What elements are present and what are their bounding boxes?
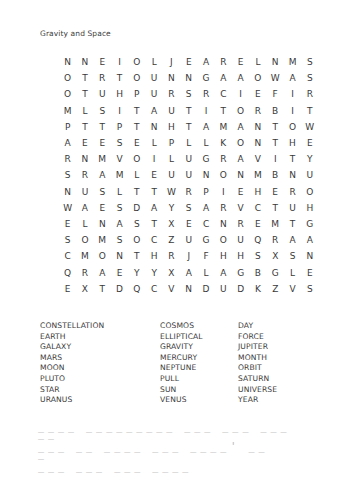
- grid-cell[interactable]: D: [197, 281, 214, 297]
- grid-cell[interactable]: O: [59, 86, 76, 102]
- grid-cell[interactable]: S: [301, 54, 318, 70]
- grid-cell[interactable]: E: [94, 54, 111, 70]
- grid-cell[interactable]: A: [180, 264, 197, 280]
- grid-cell[interactable]: I: [284, 86, 301, 102]
- grid-cell[interactable]: B: [267, 167, 284, 183]
- grid-cell[interactable]: W: [301, 119, 318, 135]
- grid-cell[interactable]: S: [59, 167, 76, 183]
- grid-cell[interactable]: E: [145, 167, 162, 183]
- grid-cell[interactable]: D: [128, 200, 145, 216]
- grid-cell[interactable]: G: [197, 232, 214, 248]
- answer-blank-group: ___: [260, 423, 290, 430]
- grid-cell[interactable]: O: [128, 232, 145, 248]
- word-list-item: ELLIPTICAL: [160, 332, 203, 343]
- grid-cell[interactable]: R: [76, 264, 93, 280]
- grid-cell[interactable]: O: [249, 70, 266, 86]
- grid-cell[interactable]: N: [111, 248, 128, 264]
- grid-cell[interactable]: E: [232, 184, 249, 200]
- grid-cell[interactable]: H: [111, 86, 128, 102]
- grid-cell[interactable]: M: [111, 167, 128, 183]
- grid-cell[interactable]: H: [249, 184, 266, 200]
- answer-blank-group: ____: [104, 443, 144, 450]
- grid-cell[interactable]: A: [197, 119, 214, 135]
- grid-cell[interactable]: U: [301, 167, 318, 183]
- grid-cell[interactable]: L: [145, 135, 162, 151]
- grid-cell[interactable]: N: [301, 248, 318, 264]
- grid-cell[interactable]: S: [59, 232, 76, 248]
- grid-cell[interactable]: N: [76, 54, 93, 70]
- grid-cell[interactable]: I: [284, 103, 301, 119]
- answer-blank-line: _____________: [38, 461, 338, 468]
- grid-cell[interactable]: S: [249, 248, 266, 264]
- grid-cell[interactable]: M: [215, 119, 232, 135]
- grid-cell[interactable]: Y: [145, 264, 162, 280]
- word-list-column: DAYFORCEJUPITERMONTHORBITSATURNUNIVERSEY…: [238, 321, 277, 406]
- grid-cell[interactable]: E: [128, 135, 145, 151]
- grid-cell[interactable]: E: [267, 184, 284, 200]
- grid-cell[interactable]: T: [128, 103, 145, 119]
- grid-cell[interactable]: L: [128, 167, 145, 183]
- grid-cell[interactable]: E: [301, 264, 318, 280]
- grid-cell[interactable]: L: [249, 54, 266, 70]
- word-list-item: SATURN: [238, 374, 277, 385]
- grid-cell[interactable]: J: [163, 54, 180, 70]
- answer-blank-group: __: [248, 443, 268, 450]
- grid-cell[interactable]: A: [232, 119, 249, 135]
- grid-cell[interactable]: B: [249, 264, 266, 280]
- grid-cell[interactable]: N: [232, 167, 249, 183]
- answer-blank-line: ______________________: [38, 421, 338, 428]
- grid-cell[interactable]: A: [232, 151, 249, 167]
- grid-cell[interactable]: W: [163, 184, 180, 200]
- answer-blanks: ________________________________________…: [38, 421, 338, 474]
- word-list-item: UNIVERSE: [238, 385, 277, 396]
- grid-cell[interactable]: I: [111, 54, 128, 70]
- word-list-item: MARS: [40, 353, 104, 364]
- grid-cell[interactable]: E: [76, 135, 93, 151]
- grid-cell[interactable]: O: [215, 232, 232, 248]
- grid-cell[interactable]: V: [232, 200, 249, 216]
- grid-cell[interactable]: R: [215, 151, 232, 167]
- grid-cell[interactable]: U: [163, 167, 180, 183]
- answer-blank-group: ___: [184, 423, 214, 430]
- grid-cell[interactable]: C: [197, 216, 214, 232]
- page-title: Gravity and Space: [40, 29, 111, 38]
- grid-cell[interactable]: L: [145, 54, 162, 70]
- grid-cell[interactable]: L: [76, 216, 93, 232]
- grid-cell[interactable]: Q: [59, 264, 76, 280]
- grid-cell[interactable]: T: [76, 86, 93, 102]
- grid-cell[interactable]: O: [232, 135, 249, 151]
- grid-cell[interactable]: N: [163, 70, 180, 86]
- answer-blank-group: ___: [114, 463, 144, 470]
- grid-cell[interactable]: E: [94, 200, 111, 216]
- answer-blank-group: _________: [86, 423, 176, 430]
- grid-cell[interactable]: L: [76, 103, 93, 119]
- grid-cell[interactable]: U: [145, 86, 162, 102]
- word-list-item: GRAVITY: [160, 342, 203, 353]
- word-list-item: URANUS: [40, 395, 104, 406]
- grid-cell[interactable]: F: [267, 86, 284, 102]
- grid-cell[interactable]: N: [249, 135, 266, 151]
- grid-cell[interactable]: A: [232, 70, 249, 86]
- grid-cell[interactable]: R: [163, 86, 180, 102]
- grid-cell[interactable]: F: [197, 248, 214, 264]
- grid-cell[interactable]: A: [94, 264, 111, 280]
- grid-cell[interactable]: J: [180, 248, 197, 264]
- grid-cell[interactable]: Y: [301, 151, 318, 167]
- grid-cell[interactable]: Y: [163, 200, 180, 216]
- grid-cell[interactable]: P: [111, 119, 128, 135]
- grid-cell[interactable]: U: [163, 103, 180, 119]
- grid-cell[interactable]: O: [128, 151, 145, 167]
- grid-cell[interactable]: T: [180, 119, 197, 135]
- word-list-item: PLUTO: [40, 374, 104, 385]
- word-list-item: YEAR: [238, 395, 277, 406]
- grid-cell[interactable]: H: [301, 200, 318, 216]
- word-list-item: STAR: [40, 385, 104, 396]
- grid-cell[interactable]: K: [249, 281, 266, 297]
- grid-cell[interactable]: C: [145, 232, 162, 248]
- grid-cell[interactable]: E: [111, 264, 128, 280]
- grid-cell[interactable]: V: [249, 151, 266, 167]
- grid-cell[interactable]: A: [284, 232, 301, 248]
- word-list-item: DAY: [238, 321, 277, 332]
- word-list-item: EARTH: [40, 332, 104, 343]
- grid-cell[interactable]: T: [145, 184, 162, 200]
- grid-cell[interactable]: A: [215, 70, 232, 86]
- grid-cell[interactable]: Y: [128, 264, 145, 280]
- grid-cell[interactable]: R: [232, 216, 249, 232]
- word-list-item: VENUS: [160, 395, 203, 406]
- grid-cell[interactable]: N: [197, 167, 214, 183]
- grid-cell[interactable]: L: [197, 135, 214, 151]
- grid-cell[interactable]: Q: [128, 281, 145, 297]
- grid-cell[interactable]: G: [197, 70, 214, 86]
- grid-cell[interactable]: E: [59, 216, 76, 232]
- grid-cell[interactable]: A: [59, 135, 76, 151]
- grid-cell[interactable]: R: [301, 86, 318, 102]
- grid-cell[interactable]: U: [180, 232, 197, 248]
- grid-cell[interactable]: T: [94, 119, 111, 135]
- grid-cell[interactable]: N: [249, 119, 266, 135]
- answer-sentence: _____________: [38, 461, 338, 468]
- grid-cell[interactable]: O: [128, 70, 145, 86]
- grid-cell[interactable]: Q: [249, 232, 266, 248]
- grid-cell[interactable]: L: [284, 264, 301, 280]
- word-list-item: GALAXY: [40, 342, 104, 353]
- grid-cell[interactable]: A: [145, 200, 162, 216]
- grid-cell[interactable]: N: [180, 70, 197, 86]
- grid-cell[interactable]: M: [267, 216, 284, 232]
- grid-cell[interactable]: M: [76, 248, 93, 264]
- answer-blank-line: ________________'__: [38, 441, 338, 448]
- grid-cell[interactable]: A: [111, 216, 128, 232]
- grid-cell[interactable]: L: [163, 151, 180, 167]
- grid-cell[interactable]: R: [180, 184, 197, 200]
- grid-cell[interactable]: T: [145, 216, 162, 232]
- grid-cell[interactable]: Z: [267, 281, 284, 297]
- grid-cell[interactable]: T: [267, 135, 284, 151]
- grid-cell[interactable]: X: [267, 248, 284, 264]
- word-list-item: NEPTUNE: [160, 363, 203, 374]
- word-list-column: COSMOSELLIPTICALGRAVITYMERCURYNEPTUNEPUL…: [160, 321, 203, 406]
- answer-blank-group: ____: [152, 463, 192, 470]
- grid-cell[interactable]: E: [249, 216, 266, 232]
- grid-cell[interactable]: T: [111, 70, 128, 86]
- grid-cell[interactable]: P: [163, 135, 180, 151]
- grid-cell[interactable]: E: [180, 216, 197, 232]
- grid-cell[interactable]: O: [59, 70, 76, 86]
- grid-cell[interactable]: D: [232, 281, 249, 297]
- grid-cell[interactable]: U: [232, 232, 249, 248]
- grid-cell[interactable]: O: [94, 248, 111, 264]
- grid-cell[interactable]: A: [94, 167, 111, 183]
- grid-cell[interactable]: T: [284, 216, 301, 232]
- answer-sentence: ________________________: [38, 421, 338, 435]
- word-list-item: CONSTELLATION: [40, 321, 104, 332]
- grid-cell[interactable]: T: [267, 119, 284, 135]
- grid-cell[interactable]: G: [232, 264, 249, 280]
- grid-cell[interactable]: X: [163, 216, 180, 232]
- grid-cell[interactable]: U: [145, 70, 162, 86]
- grid-cell[interactable]: M: [94, 232, 111, 248]
- grid-cell[interactable]: L: [180, 135, 197, 151]
- grid-cell[interactable]: L: [111, 184, 128, 200]
- grid-cell[interactable]: K: [215, 135, 232, 151]
- grid-cell[interactable]: N: [267, 54, 284, 70]
- grid-cell[interactable]: M: [94, 151, 111, 167]
- grid-cell[interactable]: G: [301, 216, 318, 232]
- grid-cell[interactable]: S: [301, 281, 318, 297]
- grid-cell[interactable]: H: [163, 119, 180, 135]
- grid-cell[interactable]: E: [59, 281, 76, 297]
- grid-cell[interactable]: G: [267, 264, 284, 280]
- grid-cell[interactable]: V: [111, 151, 128, 167]
- word-search-grid: NNEIOLJEARELNMSOTRTOUNNGAAOWASOTUHPURSRC…: [59, 54, 318, 297]
- grid-cell[interactable]: T: [128, 119, 145, 135]
- answer-sentence: ________________'___: [38, 441, 338, 455]
- grid-cell[interactable]: S: [284, 248, 301, 264]
- grid-cell[interactable]: P: [197, 184, 214, 200]
- grid-cell[interactable]: X: [76, 281, 93, 297]
- grid-cell[interactable]: R: [215, 200, 232, 216]
- grid-cell[interactable]: R: [284, 184, 301, 200]
- grid-cell[interactable]: A: [197, 54, 214, 70]
- grid-cell[interactable]: U: [94, 86, 111, 102]
- word-list-item: FORCE: [238, 332, 277, 343]
- grid-cell[interactable]: O: [232, 103, 249, 119]
- grid-cell[interactable]: N: [215, 216, 232, 232]
- grid-cell[interactable]: U: [215, 281, 232, 297]
- grid-cell[interactable]: S: [301, 70, 318, 86]
- grid-cell[interactable]: H: [232, 248, 249, 264]
- grid-cell[interactable]: P: [128, 86, 145, 102]
- grid-cell[interactable]: T: [128, 184, 145, 200]
- grid-cell[interactable]: T: [180, 103, 197, 119]
- grid-cell[interactable]: B: [267, 103, 284, 119]
- grid-cell[interactable]: E: [232, 54, 249, 70]
- grid-cell[interactable]: A: [215, 264, 232, 280]
- grid-cell[interactable]: X: [163, 264, 180, 280]
- grid-cell[interactable]: R: [197, 86, 214, 102]
- grid-cell[interactable]: E: [180, 54, 197, 70]
- grid-cell[interactable]: I: [215, 184, 232, 200]
- grid-cell[interactable]: U: [76, 184, 93, 200]
- grid-cell[interactable]: O: [301, 184, 318, 200]
- grid-cell[interactable]: O: [76, 232, 93, 248]
- word-list-item: PULL: [160, 374, 203, 385]
- answer-blank-group: ___: [76, 463, 106, 470]
- grid-cell[interactable]: H: [284, 135, 301, 151]
- grid-cell[interactable]: A: [284, 70, 301, 86]
- grid-cell[interactable]: S: [111, 200, 128, 216]
- grid-cell[interactable]: C: [145, 281, 162, 297]
- grid-cell[interactable]: U: [180, 151, 197, 167]
- grid-cell[interactable]: R: [249, 103, 266, 119]
- answer-blank-group: ____': [190, 443, 240, 450]
- grid-cell[interactable]: N: [59, 54, 76, 70]
- answer-blank-group: ___: [222, 423, 252, 430]
- word-list-item: SUN: [160, 385, 203, 396]
- grid-cell[interactable]: N: [284, 167, 301, 183]
- word-list-item: MOON: [40, 363, 104, 374]
- answer-blank-group: ___: [38, 463, 68, 470]
- grid-cell[interactable]: U: [180, 167, 197, 183]
- grid-cell[interactable]: P: [59, 119, 76, 135]
- grid-cell[interactable]: I: [267, 151, 284, 167]
- grid-cell[interactable]: N: [59, 184, 76, 200]
- grid-cell[interactable]: N: [180, 281, 197, 297]
- answer-blank-group: __: [38, 430, 58, 437]
- grid-cell[interactable]: S: [94, 103, 111, 119]
- grid-cell[interactable]: R: [76, 167, 93, 183]
- answer-blank-group: _: [38, 450, 48, 457]
- grid-cell[interactable]: I: [145, 151, 162, 167]
- grid-cell[interactable]: S: [111, 135, 128, 151]
- grid-cell[interactable]: T: [267, 200, 284, 216]
- grid-cell[interactable]: R: [59, 151, 76, 167]
- grid-cell[interactable]: R: [267, 232, 284, 248]
- grid-cell[interactable]: C: [249, 200, 266, 216]
- grid-cell[interactable]: O: [128, 54, 145, 70]
- word-list-item: MONTH: [238, 353, 277, 364]
- grid-cell[interactable]: N: [94, 216, 111, 232]
- word-list-column: CONSTELLATIONEARTHGALAXYMARSMOONPLUTOSTA…: [40, 321, 104, 406]
- grid-cell[interactable]: A: [76, 200, 93, 216]
- grid-cell[interactable]: D: [111, 281, 128, 297]
- grid-cell[interactable]: W: [267, 70, 284, 86]
- grid-cell[interactable]: E: [94, 135, 111, 151]
- grid-cell[interactable]: M: [249, 167, 266, 183]
- grid-cell[interactable]: I: [197, 103, 214, 119]
- grid-cell[interactable]: O: [284, 119, 301, 135]
- grid-cell[interactable]: S: [128, 216, 145, 232]
- grid-cell[interactable]: V: [284, 281, 301, 297]
- grid-cell[interactable]: A: [145, 103, 162, 119]
- grid-cell[interactable]: T: [94, 281, 111, 297]
- grid-cell[interactable]: Z: [163, 232, 180, 248]
- grid-cell[interactable]: M: [59, 103, 76, 119]
- grid-cell[interactable]: R: [94, 70, 111, 86]
- grid-cell[interactable]: H: [215, 248, 232, 264]
- grid-cell[interactable]: U: [284, 200, 301, 216]
- grid-cell[interactable]: S: [94, 184, 111, 200]
- grid-cell[interactable]: N: [145, 119, 162, 135]
- grid-cell[interactable]: R: [215, 54, 232, 70]
- grid-cell[interactable]: T: [128, 248, 145, 264]
- grid-cell[interactable]: I: [232, 86, 249, 102]
- grid-cell[interactable]: H: [145, 248, 162, 264]
- grid-cell[interactable]: T: [215, 103, 232, 119]
- grid-cell[interactable]: G: [197, 151, 214, 167]
- grid-cell[interactable]: L: [197, 264, 214, 280]
- grid-cell[interactable]: T: [76, 70, 93, 86]
- word-list-item: ORBIT: [238, 363, 277, 374]
- grid-cell[interactable]: T: [284, 151, 301, 167]
- grid-cell[interactable]: N: [76, 151, 93, 167]
- grid-cell[interactable]: V: [163, 281, 180, 297]
- word-list-item: COSMOS: [160, 321, 203, 332]
- answer-blank-group: __: [76, 443, 96, 450]
- grid-cell[interactable]: C: [59, 248, 76, 264]
- grid-cell[interactable]: E: [249, 86, 266, 102]
- word-list-item: MERCURY: [160, 353, 203, 364]
- grid-cell[interactable]: R: [163, 248, 180, 264]
- grid-cell[interactable]: M: [284, 54, 301, 70]
- grid-cell[interactable]: A: [197, 200, 214, 216]
- grid-cell[interactable]: O: [215, 167, 232, 183]
- grid-cell[interactable]: S: [111, 232, 128, 248]
- grid-cell[interactable]: W: [59, 200, 76, 216]
- grid-cell[interactable]: T: [301, 103, 318, 119]
- grid-cell[interactable]: T: [76, 119, 93, 135]
- grid-cell[interactable]: I: [111, 103, 128, 119]
- answer-blank-group: ___: [152, 443, 182, 450]
- grid-cell[interactable]: E: [301, 135, 318, 151]
- grid-cell[interactable]: S: [180, 86, 197, 102]
- grid-cell[interactable]: A: [301, 232, 318, 248]
- word-list-item: JUPITER: [238, 342, 277, 353]
- grid-cell[interactable]: S: [180, 200, 197, 216]
- grid-cell[interactable]: C: [215, 86, 232, 102]
